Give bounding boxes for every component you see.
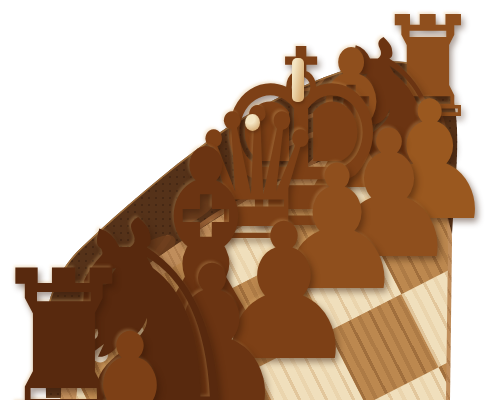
piece-white-pawn-a2: ♟ (52, 309, 207, 400)
queen-finial (245, 114, 260, 131)
pieces-layer: ♜ ♞ ♝ ♛ ♚ ♝ ♞ ♜ ♟ ♟ ♟ ♟ ♟ ♟ (0, 0, 500, 400)
chess-set-photo: ♜ ♞ ♝ ♛ ♚ ♝ ♞ ♜ ♟ ♟ ♟ ♟ ♟ ♟ (0, 0, 500, 400)
king-finial (292, 58, 304, 102)
